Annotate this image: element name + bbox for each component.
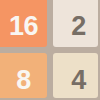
tile-8: 8 [0, 53, 47, 98]
tile-2: 2 [53, 0, 98, 47]
tile-4: 4 [53, 53, 98, 98]
tile-16: 16 [0, 0, 47, 47]
game-board-2048: 16 2 8 4 [0, 0, 100, 100]
